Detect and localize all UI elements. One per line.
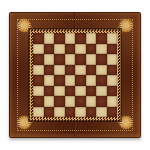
- square-r1c7: [96, 33, 107, 44]
- square-r6c2: [44, 86, 55, 97]
- square-r8c4: [65, 107, 76, 118]
- square-r1c3: [54, 33, 65, 44]
- square-r3c5: [75, 54, 86, 65]
- product-photo-background: ✺ ✺ ✺ ✺: [0, 0, 150, 150]
- chessboard-frame: ✺ ✺ ✺ ✺: [9, 12, 141, 138]
- square-r5c4: [65, 75, 76, 86]
- square-r3c2: [44, 54, 55, 65]
- square-r2c2: [44, 44, 55, 55]
- square-r5c3: [54, 75, 65, 86]
- square-r3c4: [65, 54, 76, 65]
- square-r7c6: [86, 96, 97, 107]
- square-r6c6: [86, 86, 97, 97]
- square-r6c4: [65, 86, 76, 97]
- square-r7c5: [75, 96, 86, 107]
- square-r7c7: [96, 96, 107, 107]
- square-r4c5: [75, 65, 86, 76]
- square-r8c5: [75, 107, 86, 118]
- square-r3c1: [33, 54, 44, 65]
- square-r5c6: [86, 75, 97, 86]
- square-r5c5: [75, 75, 86, 86]
- square-r7c3: [54, 96, 65, 107]
- chessboard: [33, 33, 117, 117]
- square-r8c3: [54, 107, 65, 118]
- square-r4c8: [107, 65, 118, 76]
- square-r6c1: [33, 86, 44, 97]
- square-r7c4: [65, 96, 76, 107]
- square-r2c1: [33, 44, 44, 55]
- square-r4c6: [86, 65, 97, 76]
- square-r1c4: [65, 33, 76, 44]
- square-r6c5: [75, 86, 86, 97]
- square-r3c7: [96, 54, 107, 65]
- square-r5c1: [33, 75, 44, 86]
- square-r6c8: [107, 86, 118, 97]
- square-r2c6: [86, 44, 97, 55]
- square-r1c5: [75, 33, 86, 44]
- square-r5c2: [44, 75, 55, 86]
- square-r1c1: [33, 33, 44, 44]
- square-r4c1: [33, 65, 44, 76]
- square-r1c6: [86, 33, 97, 44]
- square-r3c3: [54, 54, 65, 65]
- square-r6c7: [96, 86, 107, 97]
- square-r5c8: [107, 75, 118, 86]
- square-r2c7: [96, 44, 107, 55]
- square-r2c8: [107, 44, 118, 55]
- square-r4c3: [54, 65, 65, 76]
- square-r3c8: [107, 54, 118, 65]
- square-r1c2: [44, 33, 55, 44]
- square-r3c6: [86, 54, 97, 65]
- square-r7c1: [33, 96, 44, 107]
- square-r4c4: [65, 65, 76, 76]
- square-r7c2: [44, 96, 55, 107]
- square-r8c1: [33, 107, 44, 118]
- square-r6c3: [54, 86, 65, 97]
- square-r8c7: [96, 107, 107, 118]
- square-r2c5: [75, 44, 86, 55]
- square-r4c2: [44, 65, 55, 76]
- square-r4c7: [96, 65, 107, 76]
- square-r8c2: [44, 107, 55, 118]
- square-r8c6: [86, 107, 97, 118]
- square-r7c8: [107, 96, 118, 107]
- square-r8c8: [107, 107, 118, 118]
- square-r1c8: [107, 33, 118, 44]
- square-r2c4: [65, 44, 76, 55]
- square-r5c7: [96, 75, 107, 86]
- square-r2c3: [54, 44, 65, 55]
